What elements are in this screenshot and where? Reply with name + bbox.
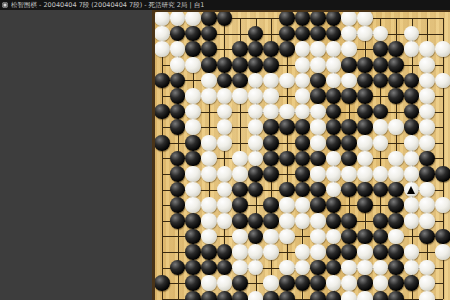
black-stone[interactable] [263,119,279,135]
black-stone[interactable] [310,275,326,291]
white-stone[interactable] [357,260,373,276]
black-stone[interactable] [201,291,217,300]
black-stone[interactable] [248,213,264,229]
black-stone[interactable] [217,244,233,260]
black-stone[interactable] [185,41,201,57]
white-stone[interactable] [185,88,201,104]
white-stone[interactable] [373,119,389,135]
white-stone[interactable] [341,260,357,276]
white-stone[interactable] [185,57,201,73]
black-stone[interactable] [341,57,357,73]
black-stone[interactable] [295,26,311,42]
white-stone[interactable] [217,213,233,229]
white-stone[interactable] [295,57,311,73]
black-stone[interactable] [232,73,248,89]
black-stone[interactable] [341,229,357,245]
white-stone[interactable] [404,26,420,42]
black-stone[interactable] [185,135,201,151]
black-stone[interactable] [341,135,357,151]
black-stone[interactable] [295,166,311,182]
white-stone[interactable] [326,182,342,198]
black-stone[interactable] [232,182,248,198]
black-stone[interactable] [435,166,450,182]
black-stone[interactable] [185,213,201,229]
white-stone[interactable] [326,166,342,182]
white-stone[interactable] [326,41,342,57]
white-stone[interactable] [404,213,420,229]
white-stone[interactable] [263,104,279,120]
go-board[interactable] [152,10,450,300]
black-stone[interactable] [185,26,201,42]
black-stone[interactable] [170,166,186,182]
black-stone[interactable] [388,213,404,229]
white-stone[interactable] [185,10,201,26]
white-stone[interactable] [310,229,326,245]
black-stone[interactable] [295,119,311,135]
white-stone[interactable] [248,151,264,167]
white-stone[interactable] [185,182,201,198]
black-stone[interactable] [357,73,373,89]
black-stone[interactable] [279,26,295,42]
black-stone[interactable] [154,73,170,89]
black-stone[interactable] [154,135,170,151]
app-icon [2,2,8,8]
black-stone[interactable] [326,135,342,151]
black-stone[interactable] [310,10,326,26]
black-stone[interactable] [310,151,326,167]
black-stone[interactable] [170,88,186,104]
white-stone[interactable] [435,244,450,260]
black-stone[interactable] [248,57,264,73]
white-stone[interactable] [201,275,217,291]
white-stone[interactable] [217,197,233,213]
white-stone[interactable] [263,88,279,104]
black-stone[interactable] [373,104,389,120]
black-stone[interactable] [248,229,264,245]
black-stone[interactable] [326,88,342,104]
black-stone[interactable] [170,151,186,167]
white-stone[interactable] [310,213,326,229]
black-stone[interactable] [388,275,404,291]
white-stone[interactable] [248,88,264,104]
white-stone[interactable] [248,119,264,135]
black-stone[interactable] [373,73,389,89]
black-stone[interactable] [232,57,248,73]
black-stone[interactable] [388,291,404,300]
black-stone[interactable] [388,57,404,73]
white-stone[interactable] [217,135,233,151]
black-stone[interactable] [310,88,326,104]
black-stone[interactable] [310,26,326,42]
white-stone[interactable] [310,41,326,57]
black-stone[interactable] [248,166,264,182]
black-stone[interactable] [341,119,357,135]
black-stone[interactable] [263,41,279,57]
white-stone[interactable] [373,26,389,42]
black-stone[interactable] [170,260,186,276]
black-stone[interactable] [310,197,326,213]
black-stone[interactable] [388,197,404,213]
black-stone[interactable] [201,10,217,26]
white-stone[interactable] [357,26,373,42]
white-stone[interactable] [357,291,373,300]
black-stone[interactable] [201,57,217,73]
white-stone[interactable] [341,291,357,300]
white-stone[interactable] [419,41,435,57]
white-stone[interactable] [404,166,420,182]
black-stone[interactable] [388,41,404,57]
black-stone[interactable] [357,88,373,104]
black-stone[interactable] [279,275,295,291]
white-stone[interactable] [170,57,186,73]
black-stone[interactable] [263,291,279,300]
black-stone[interactable] [263,166,279,182]
black-stone[interactable] [201,41,217,57]
black-stone[interactable] [217,291,233,300]
white-stone[interactable] [295,88,311,104]
black-stone[interactable] [295,151,311,167]
white-stone[interactable] [419,275,435,291]
black-stone[interactable] [295,135,311,151]
white-stone[interactable] [419,291,435,300]
white-stone[interactable] [404,260,420,276]
black-stone[interactable] [170,104,186,120]
white-stone[interactable] [232,229,248,245]
white-stone[interactable] [373,275,389,291]
white-stone[interactable] [217,104,233,120]
black-stone[interactable] [295,10,311,26]
black-stone[interactable] [217,57,233,73]
black-stone[interactable] [279,10,295,26]
black-stone[interactable] [232,291,248,300]
white-stone[interactable] [310,119,326,135]
white-stone[interactable] [295,41,311,57]
white-stone[interactable] [341,26,357,42]
black-stone[interactable] [263,213,279,229]
white-stone[interactable] [279,213,295,229]
white-stone[interactable] [201,197,217,213]
white-stone[interactable] [248,244,264,260]
black-stone[interactable] [310,291,326,300]
black-stone[interactable] [373,244,389,260]
white-stone[interactable] [295,260,311,276]
black-stone[interactable] [388,88,404,104]
black-stone[interactable] [201,244,217,260]
black-stone[interactable] [373,213,389,229]
white-stone[interactable] [279,104,295,120]
white-stone[interactable] [326,151,342,167]
white-stone[interactable] [419,119,435,135]
black-stone[interactable] [357,275,373,291]
black-stone[interactable] [263,135,279,151]
black-stone[interactable] [419,151,435,167]
black-stone[interactable] [170,197,186,213]
white-stone[interactable] [295,73,311,89]
white-stone[interactable] [404,197,420,213]
white-stone[interactable] [357,151,373,167]
white-stone[interactable] [263,229,279,245]
white-stone[interactable] [404,244,420,260]
white-stone[interactable] [279,229,295,245]
black-stone[interactable] [154,104,170,120]
white-stone[interactable] [419,73,435,89]
black-stone[interactable] [170,119,186,135]
black-stone[interactable] [185,291,201,300]
black-stone[interactable] [279,182,295,198]
black-stone[interactable] [419,229,435,245]
black-stone[interactable] [373,41,389,57]
white-stone[interactable] [341,10,357,26]
black-stone[interactable] [326,197,342,213]
white-stone[interactable] [185,197,201,213]
white-stone[interactable] [357,244,373,260]
black-stone[interactable] [388,244,404,260]
white-stone[interactable] [201,135,217,151]
white-stone[interactable] [310,244,326,260]
white-stone[interactable] [232,166,248,182]
white-stone[interactable] [279,73,295,89]
black-stone[interactable] [279,151,295,167]
black-stone[interactable] [185,275,201,291]
black-stone[interactable] [404,73,420,89]
white-stone[interactable] [232,88,248,104]
white-stone[interactable] [170,10,186,26]
white-stone[interactable] [154,10,170,26]
black-stone[interactable] [373,57,389,73]
black-stone[interactable] [170,26,186,42]
black-stone[interactable] [201,26,217,42]
black-stone[interactable] [357,57,373,73]
black-stone[interactable] [404,88,420,104]
white-stone[interactable] [388,119,404,135]
white-stone[interactable] [217,119,233,135]
black-stone[interactable] [326,26,342,42]
white-stone[interactable] [341,275,357,291]
white-stone[interactable] [419,135,435,151]
black-stone[interactable] [419,166,435,182]
white-stone[interactable] [326,73,342,89]
white-stone[interactable] [419,104,435,120]
black-stone[interactable] [326,213,342,229]
white-stone[interactable] [310,135,326,151]
white-stone[interactable] [295,104,311,120]
white-stone[interactable] [435,41,450,57]
black-stone[interactable] [404,104,420,120]
black-stone[interactable] [217,10,233,26]
white-stone[interactable] [341,166,357,182]
white-stone[interactable] [185,119,201,135]
black-stone[interactable] [326,291,342,300]
black-stone[interactable] [373,291,389,300]
white-stone[interactable] [232,260,248,276]
white-stone[interactable] [435,197,450,213]
white-stone[interactable] [154,41,170,57]
white-stone[interactable] [170,41,186,57]
black-stone[interactable] [248,26,264,42]
white-stone[interactable] [201,88,217,104]
white-stone[interactable] [341,41,357,57]
black-stone[interactable] [185,260,201,276]
white-stone[interactable] [419,260,435,276]
black-stone[interactable] [326,260,342,276]
black-stone[interactable] [310,73,326,89]
black-stone[interactable] [279,41,295,57]
white-stone[interactable] [326,57,342,73]
black-stone[interactable] [201,260,217,276]
white-stone[interactable] [248,104,264,120]
white-stone[interactable] [404,135,420,151]
white-stone[interactable] [404,41,420,57]
app-window: 松智围棋 - 20040404 7段 (20040404 7段) - 死活研究 … [0,0,450,300]
white-stone[interactable] [248,260,264,276]
white-stone[interactable] [373,135,389,151]
window-title: 松智围棋 - 20040404 7段 (20040404 7段) - 死活研究 … [11,0,204,10]
white-stone[interactable] [279,260,295,276]
white-stone[interactable] [201,73,217,89]
black-stone[interactable] [185,244,201,260]
black-stone[interactable] [279,119,295,135]
black-stone[interactable] [170,182,186,198]
black-stone[interactable] [388,260,404,276]
black-stone[interactable] [295,182,311,198]
white-stone[interactable] [388,229,404,245]
white-stone[interactable] [154,26,170,42]
white-stone[interactable] [388,151,404,167]
white-stone[interactable] [326,275,342,291]
white-stone[interactable] [201,213,217,229]
white-stone[interactable] [248,291,264,300]
white-stone[interactable] [248,73,264,89]
black-stone[interactable] [185,229,201,245]
white-stone[interactable] [217,182,233,198]
black-stone[interactable] [341,213,357,229]
white-stone[interactable] [263,244,279,260]
black-stone[interactable] [185,151,201,167]
black-stone[interactable] [357,119,373,135]
white-stone[interactable] [341,73,357,89]
black-stone[interactable] [341,182,357,198]
black-stone[interactable] [341,244,357,260]
white-stone[interactable] [232,244,248,260]
white-stone[interactable] [185,104,201,120]
black-stone[interactable] [154,275,170,291]
black-stone[interactable] [232,213,248,229]
white-stone[interactable] [310,104,326,120]
black-stone[interactable] [170,213,186,229]
black-stone[interactable] [232,197,248,213]
black-stone[interactable] [357,197,373,213]
white-stone[interactable] [419,88,435,104]
black-stone[interactable] [263,151,279,167]
last-move-triangle-marker [407,186,415,194]
white-stone[interactable] [419,213,435,229]
white-stone[interactable] [404,151,420,167]
white-stone[interactable] [248,135,264,151]
black-stone[interactable] [232,275,248,291]
white-stone[interactable] [357,135,373,151]
white-stone[interactable] [217,88,233,104]
black-stone[interactable] [388,182,404,198]
black-stone[interactable] [170,73,186,89]
black-stone[interactable] [404,119,420,135]
title-bar[interactable]: 松智围棋 - 20040404 7段 (20040404 7段) - 死活研究 … [0,0,450,10]
white-stone[interactable] [217,275,233,291]
white-stone[interactable] [201,151,217,167]
black-stone[interactable] [248,41,264,57]
white-stone[interactable] [232,151,248,167]
black-stone[interactable] [373,229,389,245]
black-stone[interactable] [295,275,311,291]
black-stone[interactable] [232,41,248,57]
black-stone[interactable] [341,88,357,104]
black-stone[interactable] [435,229,450,245]
black-stone[interactable] [326,10,342,26]
white-stone[interactable] [279,197,295,213]
side-panel [0,10,152,300]
black-stone[interactable] [357,104,373,120]
black-stone[interactable] [326,244,342,260]
black-stone[interactable] [248,182,264,198]
white-stone[interactable] [217,166,233,182]
white-stone[interactable] [185,166,201,182]
white-stone[interactable] [419,197,435,213]
black-stone[interactable] [326,104,342,120]
black-stone[interactable] [217,73,233,89]
white-stone[interactable] [435,73,450,89]
white-stone[interactable] [373,166,389,182]
black-stone[interactable] [217,260,233,276]
white-stone[interactable] [295,197,311,213]
black-stone[interactable] [279,291,295,300]
white-stone[interactable] [201,229,217,245]
white-stone[interactable] [373,260,389,276]
white-stone[interactable] [310,57,326,73]
white-stone[interactable] [357,10,373,26]
black-stone[interactable] [357,182,373,198]
black-stone[interactable] [263,57,279,73]
white-stone[interactable] [326,229,342,245]
black-stone[interactable] [310,260,326,276]
black-stone[interactable] [373,182,389,198]
white-stone[interactable] [388,166,404,182]
black-stone[interactable] [341,151,357,167]
black-stone[interactable] [404,275,420,291]
black-stone[interactable] [326,119,342,135]
white-stone[interactable] [310,166,326,182]
white-stone[interactable] [295,244,311,260]
white-stone[interactable] [201,166,217,182]
black-stone[interactable] [388,73,404,89]
white-stone[interactable] [263,275,279,291]
white-stone[interactable] [419,57,435,73]
black-stone[interactable] [357,229,373,245]
white-stone[interactable] [263,73,279,89]
white-stone[interactable] [419,182,435,198]
black-stone[interactable] [263,197,279,213]
white-stone[interactable] [295,213,311,229]
white-stone[interactable] [357,166,373,182]
black-stone[interactable] [310,182,326,198]
